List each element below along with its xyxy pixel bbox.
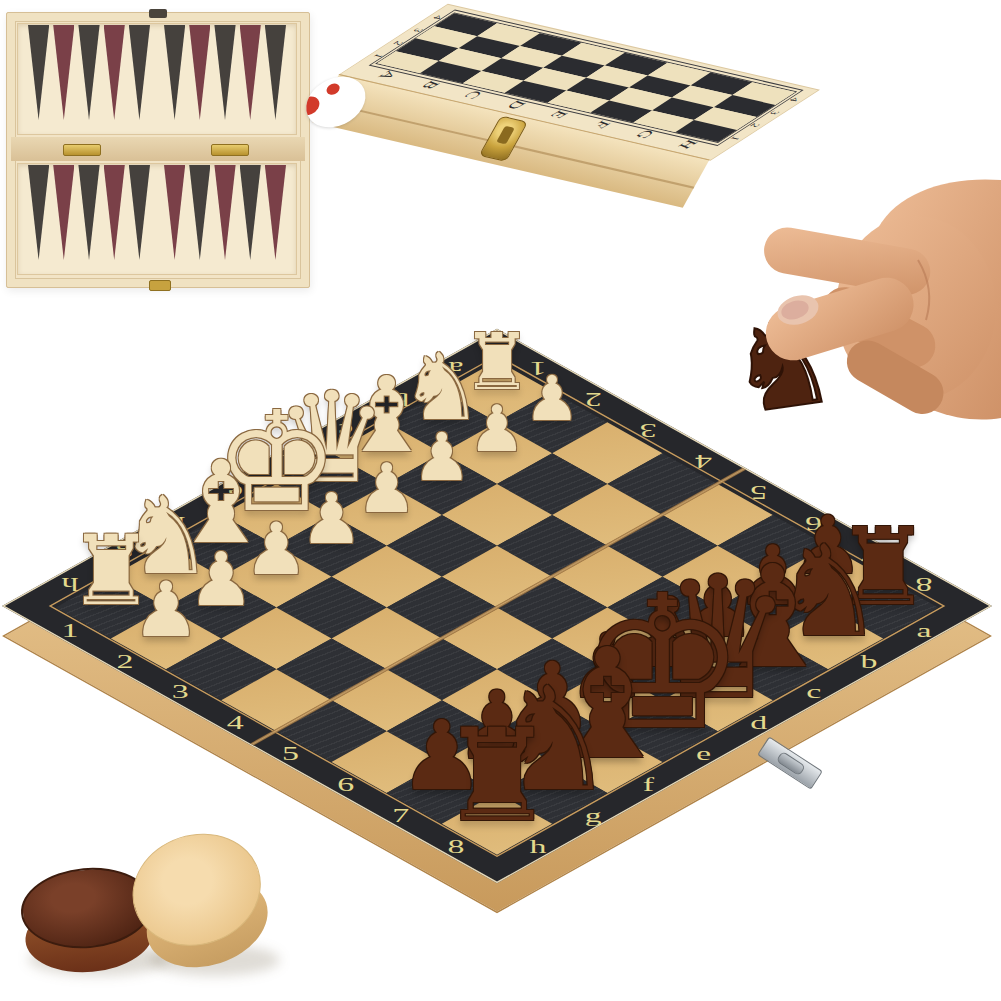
rank-label-far: 2 [585, 390, 602, 409]
backgammon-point [214, 25, 235, 123]
backgammon-point [265, 25, 286, 123]
file-label-near: a [917, 621, 932, 640]
file-label-near: h [530, 837, 547, 856]
box-clasp-icon [149, 280, 171, 291]
rank-label-near: 5 [282, 745, 299, 764]
file-label-near: c [806, 683, 821, 702]
hand-holding-piece: ♞ [668, 140, 1001, 450]
red-dot-icon [324, 82, 342, 96]
file-label-near: f [643, 775, 654, 794]
file-label-far: h [61, 575, 78, 594]
file-label-near: d [750, 714, 767, 733]
backgammon-point [189, 165, 210, 263]
backgammon-point [214, 165, 235, 263]
backgammon-point [164, 165, 185, 263]
backgammon-point [265, 165, 286, 263]
backgammon-point [189, 25, 210, 123]
backgammon-point [240, 25, 261, 123]
rank-label-far: 5 [750, 482, 767, 501]
box-latch-icon [149, 9, 167, 18]
backgammon-point-group [164, 165, 286, 263]
file-label-far: b [392, 390, 409, 409]
backgammon-point-group [28, 25, 150, 123]
file-label-near: e [696, 745, 711, 764]
file-label-near: g [585, 806, 602, 825]
backgammon-point [78, 165, 99, 263]
rank-label-near: 4 [227, 714, 244, 733]
backgammon-point-group [28, 165, 150, 263]
rank-label-far: 8 [916, 575, 933, 594]
backgammon-point [53, 25, 74, 123]
backgammon-point [104, 25, 125, 123]
rank-label-near: 1 [61, 621, 78, 640]
backgammon-point [28, 165, 49, 263]
backgammon-point [240, 165, 261, 263]
box-fold-seam [11, 137, 305, 161]
rank-label-near: 7 [392, 806, 409, 825]
hinge-icon [211, 144, 249, 156]
file-label-far: g [117, 544, 134, 563]
file-label-near: b [860, 652, 877, 671]
rank-label-far: 1 [530, 359, 547, 378]
file-label-far: d [282, 452, 299, 471]
open-backgammon-box [6, 12, 310, 288]
backgammon-point [129, 25, 150, 123]
rank-label-near: 6 [337, 775, 354, 794]
rank-label-near: 8 [447, 837, 464, 856]
rank-label-near: 2 [117, 652, 134, 671]
backgammon-point [164, 25, 185, 123]
rank-label-far: 3 [640, 421, 657, 440]
backgammon-point [28, 25, 49, 123]
backgammon-point [104, 165, 125, 263]
backgammon-point-group [164, 25, 286, 123]
backgammon-point [129, 165, 150, 263]
backgammon-point [53, 165, 74, 263]
file-label-far: e [228, 482, 243, 501]
backgammon-panel-top [17, 23, 297, 135]
backgammon-panel-bottom [17, 163, 297, 275]
rank-label-far: 7 [860, 544, 877, 563]
backgammon-point [78, 25, 99, 123]
rank-label-far: 6 [805, 513, 822, 532]
file-label-far: a [448, 359, 463, 378]
rank-label-near: 3 [172, 683, 189, 702]
file-label-far: c [338, 421, 353, 440]
rank-label-far: 4 [695, 452, 712, 471]
product-photo-scene: ABCDEFGH 1234 1234 11aa22bb33cc44dd55ee6… [0, 0, 1001, 1001]
file-label-far: f [175, 513, 186, 532]
hinge-icon [63, 144, 101, 156]
